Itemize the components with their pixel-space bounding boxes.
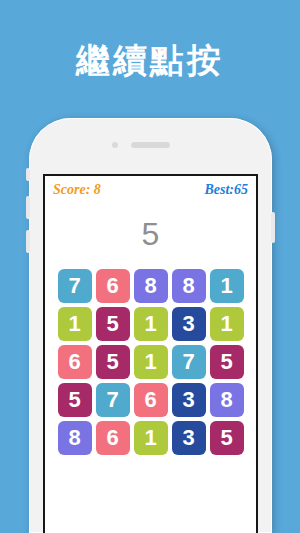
best-label: Best:65	[204, 182, 248, 198]
tile-r2c4[interactable]: 3	[172, 307, 206, 341]
target-number: 5	[45, 218, 256, 250]
tile-r2c5[interactable]: 1	[210, 307, 244, 341]
tile-r4c5[interactable]: 8	[210, 383, 244, 417]
tile-r5c5[interactable]: 5	[210, 421, 244, 455]
tile-r3c3[interactable]: 1	[134, 345, 168, 379]
tile-r5c1[interactable]: 8	[58, 421, 92, 455]
power-button	[271, 212, 275, 243]
tile-r2c2[interactable]: 5	[96, 307, 130, 341]
score-bar: Score: 8 Best:65	[45, 182, 256, 198]
volume-down-button	[26, 230, 30, 253]
earpiece-speaker	[131, 142, 170, 148]
tile-r1c2[interactable]: 6	[96, 269, 130, 303]
tile-r4c3[interactable]: 6	[134, 383, 168, 417]
tile-r1c4[interactable]: 8	[172, 269, 206, 303]
tile-r4c2[interactable]: 7	[96, 383, 130, 417]
tile-r5c2[interactable]: 6	[96, 421, 130, 455]
tile-r4c1[interactable]: 5	[58, 383, 92, 417]
tile-r5c3[interactable]: 1	[134, 421, 168, 455]
tile-r1c3[interactable]: 8	[134, 269, 168, 303]
tile-r3c1[interactable]: 6	[58, 345, 92, 379]
game-screen: Score: 8 Best:65 5 768811513165175576388…	[43, 174, 258, 533]
tile-r1c5[interactable]: 1	[210, 269, 244, 303]
tile-grid: 7688115131651755763886135	[58, 269, 244, 455]
score-label: Score: 8	[53, 182, 101, 198]
tile-r5c4[interactable]: 3	[172, 421, 206, 455]
tile-r3c4[interactable]: 7	[172, 345, 206, 379]
front-camera-dot	[112, 142, 118, 148]
tile-r2c3[interactable]: 1	[134, 307, 168, 341]
tile-r2c1[interactable]: 1	[58, 307, 92, 341]
mute-switch	[26, 168, 30, 181]
tile-r4c4[interactable]: 3	[172, 383, 206, 417]
iphone-mockup: Score: 8 Best:65 5 768811513165175576388…	[29, 118, 272, 533]
tile-r1c1[interactable]: 7	[58, 269, 92, 303]
tile-r3c2[interactable]: 5	[96, 345, 130, 379]
marketing-caption: 繼續點按	[0, 38, 300, 84]
app-store-screenshot: 繼續點按 Score: 8 Best:65 5 7688115131651755…	[0, 0, 300, 533]
tile-r3c5[interactable]: 5	[210, 345, 244, 379]
volume-up-button	[26, 196, 30, 219]
